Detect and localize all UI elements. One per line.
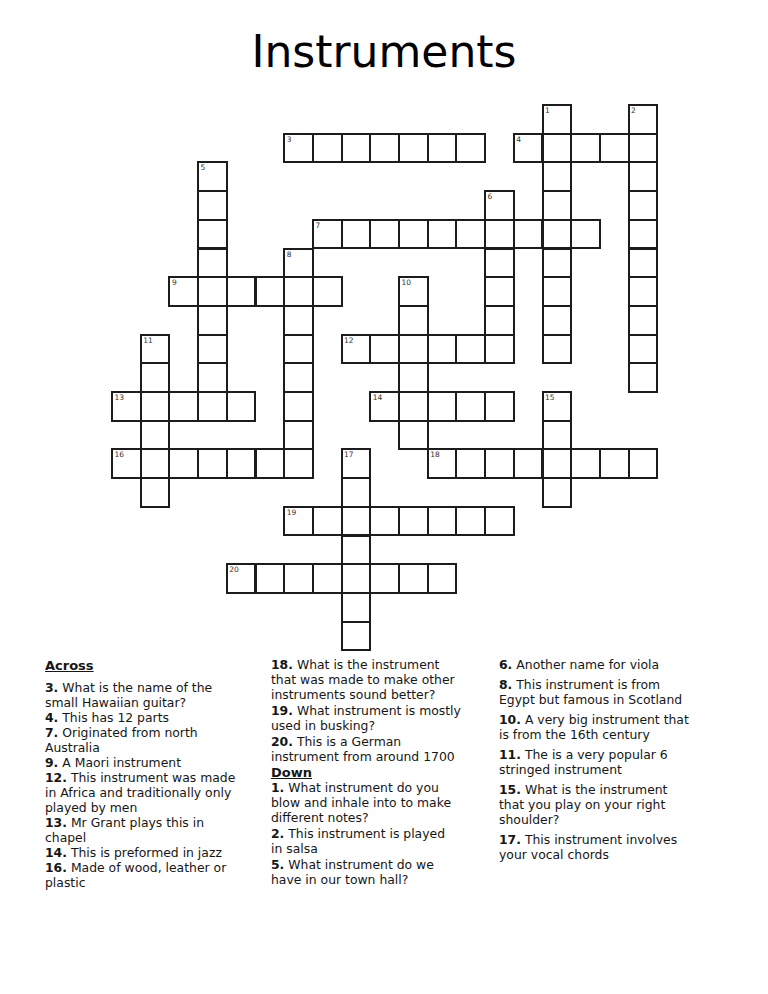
clue-text: A very big instrument that is from the 1… <box>499 712 689 742</box>
grid-cell[interactable] <box>312 276 343 307</box>
clue-number: 4. <box>45 710 58 725</box>
grid-cell[interactable] <box>398 391 429 422</box>
cell-number: 9 <box>172 278 177 287</box>
grid-cell[interactable] <box>197 305 228 336</box>
cell-number: 4 <box>516 135 521 144</box>
grid-cell[interactable] <box>542 334 573 365</box>
cell-number: 12 <box>344 336 354 345</box>
grid-cell[interactable] <box>455 391 486 422</box>
grid-cell[interactable] <box>312 133 343 164</box>
clue-number: 12. <box>45 770 67 785</box>
grid-cell[interactable] <box>542 219 573 250</box>
grid-cell[interactable] <box>484 448 515 479</box>
clue-number: 15. <box>499 782 521 797</box>
clue-text: What instrument do we have in our town h… <box>271 857 434 887</box>
grid-cell[interactable] <box>398 362 429 393</box>
clue-across-18: 18. What is the instrument that was made… <box>271 657 497 702</box>
grid-cell[interactable] <box>628 248 659 279</box>
clue-across-7: 7. Originated from north Australia <box>45 725 269 755</box>
grid-cell[interactable] <box>455 506 486 537</box>
grid-cell[interactable] <box>542 276 573 307</box>
clue-number: 7. <box>45 725 58 740</box>
grid-cell[interactable] <box>168 391 199 422</box>
grid-cell[interactable] <box>542 420 573 451</box>
clue-text: This instrument involves your vocal chor… <box>499 832 677 862</box>
grid-cell[interactable]: 20 <box>226 563 257 594</box>
grid-cell[interactable] <box>283 448 314 479</box>
grid-cell[interactable] <box>427 133 458 164</box>
cell-number: 14 <box>373 393 383 402</box>
grid-cell[interactable] <box>341 506 372 537</box>
clue-across-12: 12. This instrument was made in Africa a… <box>45 770 269 815</box>
clue-text: What is the instrument that you play on … <box>499 782 667 827</box>
grid-cell[interactable] <box>255 563 286 594</box>
grid-cell[interactable] <box>226 391 257 422</box>
clue-across-20: 20. This is a German instrument from aro… <box>271 734 497 764</box>
across-heading: Across <box>45 658 269 673</box>
grid-cell[interactable] <box>341 592 372 623</box>
grid-cell[interactable] <box>226 448 257 479</box>
grid-cell[interactable] <box>283 362 314 393</box>
grid-cell[interactable] <box>398 305 429 336</box>
grid-cell[interactable]: 18 <box>427 448 458 479</box>
cell-number: 5 <box>201 163 206 172</box>
grid-cell[interactable] <box>484 305 515 336</box>
grid-cell[interactable]: 8 <box>283 248 314 279</box>
clue-across-4: 4. This has 12 parts <box>45 710 269 725</box>
grid-cell[interactable] <box>197 391 228 422</box>
grid-cell[interactable] <box>140 477 171 508</box>
grid-cell[interactable]: 15 <box>542 391 573 422</box>
cell-number: 1 <box>545 106 550 115</box>
cell-number: 15 <box>545 393 555 402</box>
cell-number: 3 <box>287 135 292 144</box>
grid-cell[interactable] <box>542 305 573 336</box>
grid-cell[interactable] <box>369 219 400 250</box>
grid-cell[interactable] <box>197 219 228 250</box>
clue-text: The is a very popular 6 stringed instrum… <box>499 747 668 777</box>
grid-cell[interactable] <box>341 621 372 652</box>
clue-text: What is the instrument that was made to … <box>271 657 455 702</box>
grid-cell[interactable] <box>542 448 573 479</box>
clue-text: Originated from north Australia <box>45 725 198 755</box>
grid-cell[interactable] <box>283 334 314 365</box>
clue-text: This is preformed in jazz <box>71 845 222 860</box>
clue-across-14: 14. This is preformed in jazz <box>45 845 269 860</box>
grid-cell[interactable] <box>369 506 400 537</box>
grid-cell[interactable] <box>197 362 228 393</box>
grid-cell[interactable]: 6 <box>484 190 515 221</box>
grid-cell[interactable] <box>628 161 659 192</box>
puzzle-title: Instruments <box>0 26 768 78</box>
grid-cell[interactable] <box>283 276 314 307</box>
grid-cell[interactable] <box>599 133 630 164</box>
grid-cell[interactable] <box>542 161 573 192</box>
grid-cell[interactable] <box>341 219 372 250</box>
clue-text: Mr Grant plays this in chapel <box>45 815 204 845</box>
clue-text: This instrument is from Egypt but famous… <box>499 677 682 707</box>
grid-cell[interactable] <box>599 448 630 479</box>
grid-cell[interactable] <box>312 506 343 537</box>
grid-cell[interactable] <box>427 334 458 365</box>
cell-number: 18 <box>430 450 440 459</box>
page: Instruments 1234567891011121314151617181… <box>0 0 768 994</box>
grid-cell[interactable] <box>484 506 515 537</box>
clues-column-2: 18. What is the instrument that was made… <box>271 657 497 888</box>
grid-cell[interactable] <box>628 190 659 221</box>
clue-across-3: 3. What is the name of the small Hawaiia… <box>45 680 269 710</box>
grid-cell[interactable]: 3 <box>283 133 314 164</box>
grid-cell[interactable] <box>283 391 314 422</box>
grid-cell[interactable] <box>484 391 515 422</box>
clue-number: 20. <box>271 734 293 749</box>
grid-cell[interactable] <box>283 563 314 594</box>
grid-cell[interactable] <box>427 391 458 422</box>
clue-down-15: 15. What is the instrument that you play… <box>499 782 733 827</box>
grid-cell[interactable]: 12 <box>341 334 372 365</box>
clue-number: 11. <box>499 747 521 762</box>
grid-cell[interactable] <box>542 248 573 279</box>
grid-cell[interactable] <box>484 248 515 279</box>
clue-down-10: 10. A very big instrument that is from t… <box>499 712 733 742</box>
clue-text: Made of wood, leather or plastic <box>45 860 226 890</box>
grid-cell[interactable] <box>369 133 400 164</box>
clue-text: A Maori instrument <box>62 755 181 770</box>
clue-number: 1. <box>271 780 284 795</box>
grid-cell[interactable]: 1 <box>542 104 573 135</box>
grid-cell[interactable] <box>455 219 486 250</box>
clue-number: 13. <box>45 815 67 830</box>
grid-cell[interactable]: 16 <box>111 448 142 479</box>
clue-number: 16. <box>45 860 67 875</box>
clue-number: 3. <box>45 680 58 695</box>
cell-number: 6 <box>488 192 493 201</box>
grid-cell[interactable] <box>427 506 458 537</box>
grid-cell[interactable] <box>398 133 429 164</box>
grid-cell[interactable] <box>427 563 458 594</box>
clue-down-2: 2. This instrument is played in salsa <box>271 826 497 856</box>
grid-cell[interactable] <box>140 448 171 479</box>
clues-column-1: Across3. What is the name of the small H… <box>45 658 269 890</box>
grid-cell[interactable] <box>255 276 286 307</box>
grid-cell[interactable] <box>341 563 372 594</box>
grid-cell[interactable] <box>628 276 659 307</box>
clue-across-9: 9. A Maori instrument <box>45 755 269 770</box>
grid-cell[interactable] <box>513 448 544 479</box>
grid-cell[interactable] <box>484 276 515 307</box>
grid-cell[interactable] <box>542 133 573 164</box>
grid-cell[interactable] <box>628 305 659 336</box>
crossword-grid: 1234567891011121314151617181920 <box>111 104 658 651</box>
grid-cell[interactable] <box>427 219 458 250</box>
grid-cell[interactable] <box>197 334 228 365</box>
grid-cell[interactable]: 4 <box>513 133 544 164</box>
down-heading: Down <box>271 765 497 780</box>
grid-cell[interactable] <box>570 448 601 479</box>
grid-cell[interactable]: 13 <box>111 391 142 422</box>
cell-number: 7 <box>315 221 320 230</box>
grid-cell[interactable] <box>140 391 171 422</box>
clue-down-8: 8. This instrument is from Egypt but fam… <box>499 677 733 707</box>
grid-cell[interactable] <box>197 190 228 221</box>
clue-across-19: 19. What instrument is mostly used in bu… <box>271 703 497 733</box>
grid-cell[interactable] <box>341 477 372 508</box>
grid-cell[interactable]: 5 <box>197 161 228 192</box>
clue-text: This has 12 parts <box>62 710 169 725</box>
clue-down-1: 1. What instrument do you blow and inhal… <box>271 780 497 825</box>
grid-cell[interactable] <box>369 334 400 365</box>
clue-text: This is a German instrument from around … <box>271 734 455 764</box>
grid-cell[interactable] <box>197 448 228 479</box>
clue-across-13: 13. Mr Grant plays this in chapel <box>45 815 269 845</box>
clue-number: 10. <box>499 712 521 727</box>
grid-cell[interactable] <box>283 305 314 336</box>
grid-cell[interactable] <box>140 362 171 393</box>
cell-number: 20 <box>229 565 239 574</box>
grid-cell[interactable] <box>197 276 228 307</box>
grid-cell[interactable] <box>570 133 601 164</box>
grid-cell[interactable] <box>398 219 429 250</box>
grid-cell[interactable] <box>168 448 199 479</box>
grid-cell[interactable] <box>628 448 659 479</box>
grid-cell[interactable] <box>542 477 573 508</box>
grid-cell[interactable] <box>542 190 573 221</box>
cell-number: 11 <box>143 336 153 345</box>
grid-cell[interactable] <box>484 219 515 250</box>
clue-text: Another name for viola <box>516 657 659 672</box>
grid-cell[interactable] <box>226 276 257 307</box>
clue-down-11: 11. The is a very popular 6 stringed ins… <box>499 747 733 777</box>
cell-number: 13 <box>115 393 125 402</box>
grid-cell[interactable] <box>513 219 544 250</box>
grid-cell[interactable] <box>398 563 429 594</box>
clue-text: This instrument is played in salsa <box>271 826 445 856</box>
clue-number: 9. <box>45 755 58 770</box>
cell-number: 17 <box>344 450 354 459</box>
clue-number: 17. <box>499 832 521 847</box>
clue-down-6: 6. Another name for viola <box>499 657 733 672</box>
clue-text: What instrument is mostly used in buskin… <box>271 703 461 733</box>
cell-number: 10 <box>402 278 412 287</box>
grid-cell[interactable] <box>455 334 486 365</box>
clue-number: 2. <box>271 826 284 841</box>
grid-cell[interactable] <box>341 535 372 566</box>
grid-cell[interactable] <box>255 448 286 479</box>
grid-cell[interactable]: 10 <box>398 276 429 307</box>
clue-across-16: 16. Made of wood, leather or plastic <box>45 860 269 890</box>
grid-cell[interactable] <box>628 133 659 164</box>
clue-down-17: 17. This instrument involves your vocal … <box>499 832 733 862</box>
grid-cell[interactable] <box>398 420 429 451</box>
grid-cell[interactable] <box>312 563 343 594</box>
clue-number: 18. <box>271 657 293 672</box>
grid-cell[interactable]: 11 <box>140 334 171 365</box>
grid-cell[interactable] <box>369 563 400 594</box>
grid-cell[interactable] <box>628 362 659 393</box>
grid-cell[interactable] <box>398 334 429 365</box>
grid-cell[interactable]: 7 <box>312 219 343 250</box>
grid-cell[interactable] <box>484 334 515 365</box>
clue-text: This instrument was made in Africa and t… <box>45 770 235 815</box>
clue-number: 8. <box>499 677 512 692</box>
clue-number: 6. <box>499 657 512 672</box>
grid-cell[interactable] <box>398 506 429 537</box>
grid-cell[interactable] <box>570 219 601 250</box>
grid-cell[interactable] <box>140 420 171 451</box>
grid-cell[interactable]: 14 <box>369 391 400 422</box>
clue-number: 5. <box>271 857 284 872</box>
clue-number: 19. <box>271 703 293 718</box>
grid-cell[interactable] <box>197 248 228 279</box>
grid-cell[interactable]: 2 <box>628 104 659 135</box>
grid-cell[interactable] <box>628 334 659 365</box>
clue-text: What is the name of the small Hawaiian g… <box>45 680 212 710</box>
grid-cell[interactable] <box>455 448 486 479</box>
clue-number: 14. <box>45 845 67 860</box>
clue-text: What instrument do you blow and inhale i… <box>271 780 451 825</box>
grid-cell[interactable]: 17 <box>341 448 372 479</box>
grid-cell[interactable] <box>455 133 486 164</box>
grid-cell[interactable] <box>341 133 372 164</box>
grid-cell[interactable] <box>283 420 314 451</box>
cell-number: 16 <box>115 450 125 459</box>
clue-down-5: 5. What instrument do we have in our tow… <box>271 857 497 887</box>
grid-cell[interactable]: 9 <box>168 276 199 307</box>
grid-cell[interactable] <box>628 219 659 250</box>
grid-cell[interactable]: 19 <box>283 506 314 537</box>
cell-number: 2 <box>631 106 636 115</box>
cell-number: 19 <box>287 508 297 517</box>
cell-number: 8 <box>287 250 292 259</box>
clues-column-3: 6. Another name for viola8. This instrum… <box>499 657 733 867</box>
